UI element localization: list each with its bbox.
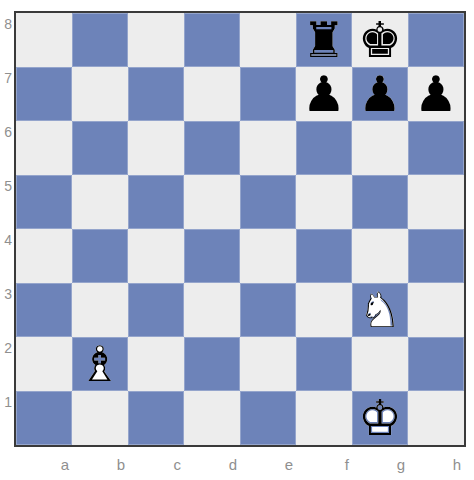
square-g5[interactable] [352, 175, 408, 229]
square-a6[interactable] [16, 121, 72, 175]
file-label-c: c [128, 450, 184, 473]
square-a7[interactable] [16, 67, 72, 121]
square-b1[interactable] [72, 391, 128, 445]
square-b4[interactable] [72, 229, 128, 283]
rank-label-2: 2 [0, 337, 12, 391]
square-b5[interactable] [72, 175, 128, 229]
square-e6[interactable] [240, 121, 296, 175]
piece-white-king-g1[interactable]: ♚♔ [352, 391, 408, 445]
square-g3[interactable]: ♞♘ [352, 283, 408, 337]
square-a1[interactable] [16, 391, 72, 445]
file-label-h: h [408, 450, 464, 473]
black-pawn-icon: ♟ [302, 70, 346, 119]
square-c4[interactable] [128, 229, 184, 283]
square-d5[interactable] [184, 175, 240, 229]
square-b2[interactable]: ♝♗ [72, 337, 128, 391]
square-e5[interactable] [240, 175, 296, 229]
square-h8[interactable] [408, 13, 464, 67]
square-h1[interactable] [408, 391, 464, 445]
white-knight-icon: ♘ [358, 286, 402, 335]
square-c1[interactable] [128, 391, 184, 445]
square-d3[interactable] [184, 283, 240, 337]
square-a5[interactable] [16, 175, 72, 229]
square-f7[interactable]: ♙♟ [296, 67, 352, 121]
piece-black-pawn-h7[interactable]: ♙♟ [408, 67, 464, 121]
rank-label-7: 7 [0, 67, 12, 121]
square-b3[interactable] [72, 283, 128, 337]
file-label-b: b [72, 450, 128, 473]
square-b8[interactable] [72, 13, 128, 67]
square-g8[interactable]: ♔♚ [352, 13, 408, 67]
square-c5[interactable] [128, 175, 184, 229]
white-bishop-icon: ♗ [78, 340, 122, 389]
rank-label-3: 3 [0, 283, 12, 337]
square-e4[interactable] [240, 229, 296, 283]
square-e2[interactable] [240, 337, 296, 391]
file-labels: abcdefgh [16, 450, 464, 473]
square-g7[interactable]: ♙♟ [352, 67, 408, 121]
square-d4[interactable] [184, 229, 240, 283]
rank-label-5: 5 [0, 175, 12, 229]
square-a3[interactable] [16, 283, 72, 337]
file-label-d: d [184, 450, 240, 473]
square-a2[interactable] [16, 337, 72, 391]
rank-label-6: 6 [0, 121, 12, 175]
square-a8[interactable] [16, 13, 72, 67]
square-c6[interactable] [128, 121, 184, 175]
square-e8[interactable] [240, 13, 296, 67]
square-g6[interactable] [352, 121, 408, 175]
rank-label-4: 4 [0, 229, 12, 283]
rank-labels: 87654321 [0, 13, 12, 445]
piece-white-knight-g3[interactable]: ♞♘ [352, 283, 408, 337]
file-label-f: f [296, 450, 352, 473]
black-pawn-icon: ♟ [358, 70, 402, 119]
square-h3[interactable] [408, 283, 464, 337]
square-h2[interactable] [408, 337, 464, 391]
square-e3[interactable] [240, 283, 296, 337]
square-b7[interactable] [72, 67, 128, 121]
square-b6[interactable] [72, 121, 128, 175]
square-d6[interactable] [184, 121, 240, 175]
piece-black-king-g8[interactable]: ♔♚ [352, 13, 408, 67]
square-f1[interactable] [296, 391, 352, 445]
file-label-e: e [240, 450, 296, 473]
black-rook-icon: ♜ [302, 16, 346, 65]
square-h5[interactable] [408, 175, 464, 229]
piece-white-bishop-b2[interactable]: ♝♗ [72, 337, 128, 391]
chess-board: ♖♜♔♚♙♟♙♟♙♟♞♘♝♗♚♔ [14, 11, 466, 447]
piece-black-pawn-f7[interactable]: ♙♟ [296, 67, 352, 121]
square-g4[interactable] [352, 229, 408, 283]
square-a4[interactable] [16, 229, 72, 283]
square-d1[interactable] [184, 391, 240, 445]
square-c7[interactable] [128, 67, 184, 121]
square-d8[interactable] [184, 13, 240, 67]
chess-diagram: 87654321 ♖♜♔♚♙♟♙♟♙♟♞♘♝♗♚♔ abcdefgh [0, 0, 474, 480]
square-f5[interactable] [296, 175, 352, 229]
square-f8[interactable]: ♖♜ [296, 13, 352, 67]
square-e1[interactable] [240, 391, 296, 445]
square-d7[interactable] [184, 67, 240, 121]
square-c3[interactable] [128, 283, 184, 337]
rank-label-8: 8 [0, 13, 12, 67]
square-c2[interactable] [128, 337, 184, 391]
piece-black-pawn-g7[interactable]: ♙♟ [352, 67, 408, 121]
rank-label-1: 1 [0, 391, 12, 445]
square-d2[interactable] [184, 337, 240, 391]
square-f6[interactable] [296, 121, 352, 175]
square-h6[interactable] [408, 121, 464, 175]
square-g2[interactable] [352, 337, 408, 391]
square-g1[interactable]: ♚♔ [352, 391, 408, 445]
square-f3[interactable] [296, 283, 352, 337]
black-king-icon: ♚ [358, 16, 402, 65]
piece-black-rook-f8[interactable]: ♖♜ [296, 13, 352, 67]
square-h4[interactable] [408, 229, 464, 283]
square-f2[interactable] [296, 337, 352, 391]
black-pawn-icon: ♟ [414, 70, 458, 119]
square-c8[interactable] [128, 13, 184, 67]
square-f4[interactable] [296, 229, 352, 283]
file-label-g: g [352, 450, 408, 473]
square-e7[interactable] [240, 67, 296, 121]
white-king-icon: ♔ [358, 394, 402, 443]
square-h7[interactable]: ♙♟ [408, 67, 464, 121]
file-label-a: a [16, 450, 72, 473]
